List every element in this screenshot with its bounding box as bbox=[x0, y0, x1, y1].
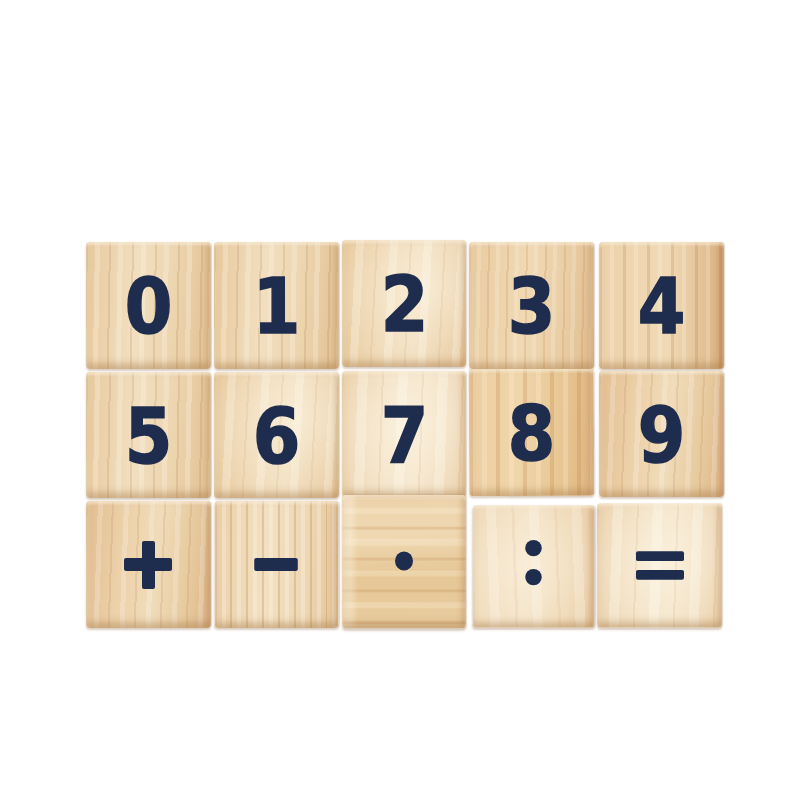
tile-operator-plus[interactable] bbox=[86, 501, 211, 628]
tile-glyph: 1 bbox=[252, 269, 300, 345]
tile-digit-5[interactable]: 5 bbox=[86, 372, 211, 499]
tile-digit-0[interactable]: 0 bbox=[86, 242, 211, 369]
operator-divide-colon-icon bbox=[526, 540, 542, 585]
tile-glyph: 9 bbox=[638, 398, 686, 474]
tile-digit-3[interactable]: 3 bbox=[469, 242, 594, 369]
operator-multiply-dot-icon bbox=[395, 552, 413, 571]
photo-canvas: 0 1 2 3 4 5 6 7 8 9 bbox=[0, 0, 800, 800]
operator-minus-icon bbox=[254, 558, 298, 571]
tile-grid: 0 1 2 3 4 5 6 7 8 9 bbox=[86, 242, 722, 628]
operator-plus-icon bbox=[124, 541, 172, 589]
tile-glyph: 7 bbox=[380, 398, 428, 474]
tile-operator-multiply-dot[interactable] bbox=[342, 495, 467, 628]
tile-digit-8[interactable]: 8 bbox=[469, 368, 594, 495]
tile-glyph: 6 bbox=[252, 399, 300, 475]
tile-digit-4[interactable]: 4 bbox=[599, 242, 724, 369]
tile-digit-9[interactable]: 9 bbox=[599, 371, 724, 498]
tile-glyph: 0 bbox=[125, 269, 173, 345]
tile-operator-minus[interactable] bbox=[214, 501, 338, 628]
tile-glyph: 5 bbox=[125, 399, 173, 475]
tile-glyph: 4 bbox=[638, 269, 686, 345]
tile-glyph: 8 bbox=[508, 396, 556, 472]
tile-operator-divide-colon[interactable] bbox=[473, 506, 594, 628]
tile-digit-1[interactable]: 1 bbox=[214, 242, 339, 369]
tile-glyph: 2 bbox=[380, 267, 428, 343]
operator-equals-icon bbox=[636, 551, 684, 579]
tile-digit-7[interactable]: 7 bbox=[342, 371, 467, 498]
tile-digit-2[interactable]: 2 bbox=[342, 240, 467, 367]
tile-glyph: 3 bbox=[508, 269, 556, 345]
tile-operator-equals[interactable] bbox=[597, 504, 722, 628]
tile-digit-6[interactable]: 6 bbox=[214, 372, 339, 499]
